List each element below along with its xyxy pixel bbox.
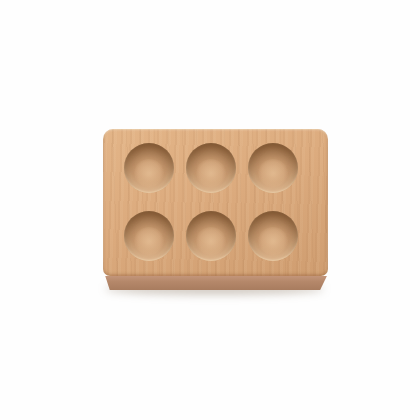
pit-center-highlight xyxy=(258,227,288,255)
pit-center-highlight xyxy=(134,227,164,255)
pit-center-highlight xyxy=(134,159,164,187)
pit-center-highlight xyxy=(196,159,226,187)
photo-background xyxy=(0,0,420,420)
pit-r2c1[interactable] xyxy=(124,211,174,261)
mancala-board xyxy=(103,129,328,290)
pit-center-highlight xyxy=(196,227,226,255)
pit-r1c3[interactable] xyxy=(248,143,298,193)
pit-r1c1[interactable] xyxy=(124,143,174,193)
board-top-face xyxy=(103,129,328,276)
pit-r2c3[interactable] xyxy=(248,211,298,261)
pit-center-highlight xyxy=(258,159,288,187)
pit-grid xyxy=(124,143,298,261)
pit-r1c2[interactable] xyxy=(186,143,236,193)
pit-r2c2[interactable] xyxy=(186,211,236,261)
board-side-edge xyxy=(103,276,328,290)
